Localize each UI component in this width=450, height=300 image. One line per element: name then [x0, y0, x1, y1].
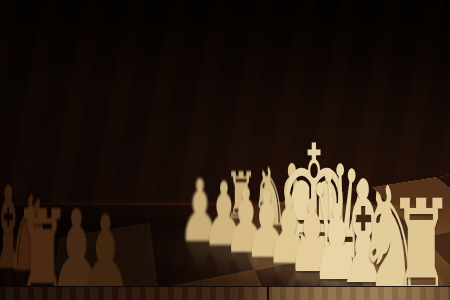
dark-pawn-piece: ♟ [79, 200, 132, 300]
board-front-rail [0, 286, 450, 300]
pieces-layer: ♝♞♜♟♟♜♞♝♚♛♝♞♜♟♟♟♟♟♟♟ [0, 0, 450, 300]
chess-photo-scene: ♝♞♜♟♟♜♞♝♚♛♝♞♜♟♟♟♟♟♟♟ ♝♞♜♟♟♜♞♝♚♛♝♞♜♟♟♟♟♟♟… [0, 0, 450, 300]
white-rook-piece: ♜ [387, 182, 450, 300]
dark-rook-piece: ♜ [14, 194, 71, 300]
board-hinge-seam [267, 286, 269, 300]
